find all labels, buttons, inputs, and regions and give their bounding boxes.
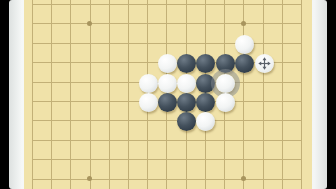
stone-black	[235, 54, 254, 73]
grid-line-horizontal	[32, 23, 302, 24]
grid-line-vertical	[51, 0, 52, 189]
grid-line-horizontal	[32, 120, 302, 121]
stone-white-last-move	[216, 74, 235, 93]
stone-white	[158, 74, 177, 93]
grid-line-horizontal	[32, 43, 302, 44]
grid-line-vertical	[128, 0, 129, 189]
stone-white	[177, 74, 196, 93]
stone-black	[177, 93, 196, 112]
star-point	[87, 176, 92, 181]
grid-line-vertical	[282, 0, 283, 189]
grid-line-horizontal	[32, 159, 302, 160]
stone-black	[196, 54, 215, 73]
grid-line-vertical	[263, 0, 264, 189]
stone-white	[216, 93, 235, 112]
grid-line-vertical	[90, 0, 91, 189]
star-point	[87, 21, 92, 26]
stone-white	[196, 112, 215, 131]
grid-line-vertical	[301, 0, 302, 189]
stone-white	[139, 93, 158, 112]
grid-line-horizontal	[32, 4, 302, 5]
stone-white	[235, 35, 254, 54]
cursor-marker	[255, 54, 274, 73]
grid-line-horizontal	[32, 140, 302, 141]
stone-black	[158, 93, 177, 112]
gomoku-board[interactable]	[24, 0, 312, 189]
star-point	[241, 21, 246, 26]
stone-black	[216, 54, 235, 73]
stone-black	[177, 54, 196, 73]
stone-white	[158, 54, 177, 73]
video-frame	[0, 0, 336, 189]
grid-line-vertical	[70, 0, 71, 189]
grid-line-vertical	[32, 0, 33, 189]
stone-white	[139, 74, 158, 93]
stone-black	[196, 74, 215, 93]
grid-line-vertical	[109, 0, 110, 189]
star-point	[241, 176, 246, 181]
stone-black	[177, 112, 196, 131]
move-crosshair-icon	[258, 57, 271, 70]
grid-line-horizontal	[32, 179, 302, 180]
grid-line-vertical	[243, 0, 244, 189]
stone-black	[196, 93, 215, 112]
